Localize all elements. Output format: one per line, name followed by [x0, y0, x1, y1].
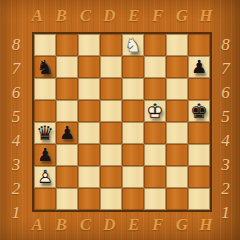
board-frame: ♞♘♞♟♚♔♚♛♟♟♟♙ [32, 32, 212, 212]
square-a5[interactable] [34, 100, 56, 122]
square-c2[interactable] [78, 166, 100, 188]
square-g6[interactable] [166, 78, 188, 100]
square-e5[interactable] [122, 100, 144, 122]
black-piece-glyph: ♚ [188, 100, 210, 122]
square-e2[interactable] [122, 166, 144, 188]
rank-label-5-right: 5 [211, 105, 240, 129]
square-d3[interactable] [100, 144, 122, 166]
chessboard-app: ABCDEFGH ABCDEFGH 87654321 87654321 ♞♘♞♟… [0, 0, 240, 240]
square-f5[interactable]: ♚♔ [144, 100, 166, 122]
square-d4[interactable] [100, 122, 122, 144]
square-g8[interactable] [166, 34, 188, 56]
rank-label-6-right: 6 [211, 81, 240, 105]
square-d1[interactable] [100, 188, 122, 210]
file-label-e-top: E [122, 0, 146, 32]
rank-label-5-left: 5 [0, 105, 32, 129]
square-a7[interactable]: ♞ [34, 56, 56, 78]
square-e7[interactable] [122, 56, 144, 78]
rank-label-1-left: 1 [0, 201, 32, 225]
black-pawn-piece[interactable]: ♟ [34, 144, 56, 166]
file-label-a-top: A [25, 0, 49, 32]
white-piece-outline-glyph: ♔ [144, 100, 166, 122]
square-e8[interactable]: ♞♘ [122, 34, 144, 56]
black-pawn-piece[interactable]: ♟ [56, 122, 78, 144]
rank-label-7-left: 7 [0, 57, 32, 81]
square-g2[interactable] [166, 166, 188, 188]
square-c7[interactable] [78, 56, 100, 78]
square-b8[interactable] [56, 34, 78, 56]
square-g5[interactable] [166, 100, 188, 122]
file-label-f-top: F [146, 0, 170, 32]
square-h5[interactable]: ♚ [188, 100, 210, 122]
black-piece-glyph: ♞ [34, 56, 56, 78]
square-b3[interactable] [56, 144, 78, 166]
square-h8[interactable] [188, 34, 210, 56]
square-h6[interactable] [188, 78, 210, 100]
black-knight-piece[interactable]: ♞ [34, 56, 56, 78]
square-c1[interactable] [78, 188, 100, 210]
file-label-f-bottom: F [146, 211, 170, 239]
square-e3[interactable] [122, 144, 144, 166]
square-d8[interactable] [100, 34, 122, 56]
rank-label-2-left: 2 [0, 177, 32, 201]
square-b6[interactable] [56, 78, 78, 100]
white-piece-outline-glyph: ♘ [122, 34, 144, 56]
square-b5[interactable] [56, 100, 78, 122]
rank-label-4-right: 4 [211, 129, 240, 153]
square-a4[interactable]: ♛ [34, 122, 56, 144]
rank-label-3-left: 3 [0, 153, 32, 177]
white-piece-outline-glyph: ♙ [34, 166, 56, 188]
file-label-d-bottom: D [97, 211, 121, 239]
square-f3[interactable] [144, 144, 166, 166]
square-f1[interactable] [144, 188, 166, 210]
square-d2[interactable] [100, 166, 122, 188]
file-labels-bottom: ABCDEFGH [25, 211, 218, 239]
square-c5[interactable] [78, 100, 100, 122]
square-e6[interactable] [122, 78, 144, 100]
file-label-g-bottom: G [170, 211, 194, 239]
square-c8[interactable] [78, 34, 100, 56]
square-h4[interactable] [188, 122, 210, 144]
square-d6[interactable] [100, 78, 122, 100]
rank-label-1-right: 1 [211, 201, 240, 225]
rank-labels-right: 87654321 [211, 33, 240, 225]
file-label-b-bottom: B [49, 211, 73, 239]
square-g4[interactable] [166, 122, 188, 144]
square-d5[interactable] [100, 100, 122, 122]
file-labels-top: ABCDEFGH [25, 0, 218, 32]
rank-label-2-right: 2 [211, 177, 240, 201]
rank-label-8-left: 8 [0, 33, 32, 57]
file-label-b-top: B [49, 0, 73, 32]
file-label-g-top: G [170, 0, 194, 32]
black-pawn-piece[interactable]: ♟ [188, 56, 210, 78]
square-b1[interactable] [56, 188, 78, 210]
file-label-c-bottom: C [73, 211, 97, 239]
square-h7[interactable]: ♟ [188, 56, 210, 78]
rank-label-6-left: 6 [0, 81, 32, 105]
square-e1[interactable] [122, 188, 144, 210]
black-piece-glyph: ♛ [34, 122, 56, 144]
square-c6[interactable] [78, 78, 100, 100]
rank-label-8-right: 8 [211, 33, 240, 57]
black-queen-piece[interactable]: ♛ [34, 122, 56, 144]
black-piece-glyph: ♟ [188, 56, 210, 78]
rank-labels-left: 87654321 [0, 33, 32, 225]
file-label-h-top: H [194, 0, 218, 32]
rank-label-7-right: 7 [211, 57, 240, 81]
square-a1[interactable] [34, 188, 56, 210]
rank-label-3-right: 3 [211, 153, 240, 177]
square-e4[interactable] [122, 122, 144, 144]
square-a2[interactable]: ♟♙ [34, 166, 56, 188]
square-g3[interactable] [166, 144, 188, 166]
square-f7[interactable] [144, 56, 166, 78]
square-f4[interactable] [144, 122, 166, 144]
white-pawn-piece[interactable]: ♟♙ [34, 166, 56, 188]
file-label-d-top: D [97, 0, 121, 32]
white-king-piece[interactable]: ♚♔ [144, 100, 166, 122]
square-c3[interactable] [78, 144, 100, 166]
file-label-c-top: C [73, 0, 97, 32]
square-a8[interactable] [34, 34, 56, 56]
square-f8[interactable] [144, 34, 166, 56]
square-a6[interactable] [34, 78, 56, 100]
square-b7[interactable] [56, 56, 78, 78]
square-h1[interactable] [188, 188, 210, 210]
square-a3[interactable]: ♟ [34, 144, 56, 166]
square-b4[interactable]: ♟ [56, 122, 78, 144]
rank-label-4-left: 4 [0, 129, 32, 153]
square-f6[interactable] [144, 78, 166, 100]
black-king-piece[interactable]: ♚ [188, 100, 210, 122]
square-g7[interactable] [166, 56, 188, 78]
chess-board: ♞♘♞♟♚♔♚♛♟♟♟♙ [34, 34, 210, 210]
file-label-e-bottom: E [122, 211, 146, 239]
square-h2[interactable] [188, 166, 210, 188]
black-piece-glyph: ♟ [56, 122, 78, 144]
square-d7[interactable] [100, 56, 122, 78]
square-h3[interactable] [188, 144, 210, 166]
square-f2[interactable] [144, 166, 166, 188]
square-c4[interactable] [78, 122, 100, 144]
square-g1[interactable] [166, 188, 188, 210]
square-b2[interactable] [56, 166, 78, 188]
black-piece-glyph: ♟ [34, 144, 56, 166]
white-knight-piece[interactable]: ♞♘ [122, 34, 144, 56]
